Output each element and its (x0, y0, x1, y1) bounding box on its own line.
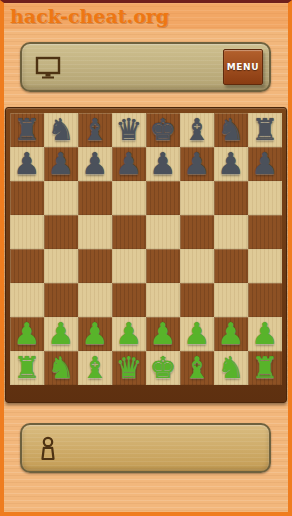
piece-black-king: ♚ (150, 113, 177, 147)
square-e3[interactable] (146, 283, 180, 317)
piece-black-pawn: ♟ (14, 147, 41, 181)
square-f1[interactable]: ♝ (180, 351, 214, 385)
player-bar[interactable] (20, 423, 271, 473)
square-b6[interactable] (44, 181, 78, 215)
square-f3[interactable] (180, 283, 214, 317)
piece-white-pawn: ♟ (116, 317, 143, 351)
piece-black-pawn: ♟ (184, 147, 211, 181)
square-b3[interactable] (44, 283, 78, 317)
piece-white-pawn: ♟ (218, 317, 245, 351)
square-h7[interactable]: ♟ (248, 147, 282, 181)
piece-white-knight: ♞ (218, 351, 245, 385)
square-c6[interactable] (78, 181, 112, 215)
square-a3[interactable] (10, 283, 44, 317)
piece-black-bishop: ♝ (184, 113, 211, 147)
piece-white-rook: ♜ (252, 351, 279, 385)
square-g6[interactable] (214, 181, 248, 215)
square-h2[interactable]: ♟ (248, 317, 282, 351)
piece-black-pawn: ♟ (116, 147, 143, 181)
monitor-icon[interactable] (35, 54, 61, 80)
square-a8[interactable]: ♜ (10, 113, 44, 147)
square-a5[interactable] (10, 215, 44, 249)
square-g7[interactable]: ♟ (214, 147, 248, 181)
square-c4[interactable] (78, 249, 112, 283)
square-g3[interactable] (214, 283, 248, 317)
piece-white-pawn: ♟ (184, 317, 211, 351)
piece-black-pawn: ♟ (82, 147, 109, 181)
piece-white-pawn: ♟ (150, 317, 177, 351)
square-g5[interactable] (214, 215, 248, 249)
piece-white-pawn: ♟ (14, 317, 41, 351)
square-g2[interactable]: ♟ (214, 317, 248, 351)
piece-black-pawn: ♟ (252, 147, 279, 181)
chess-board-grid: ♜♞♝♛♚♝♞♜♟♟♟♟♟♟♟♟♟♟♟♟♟♟♟♟♜♞♝♛♚♝♞♜ (10, 113, 282, 385)
piece-black-pawn: ♟ (218, 147, 245, 181)
piece-white-rook: ♜ (14, 351, 41, 385)
square-a7[interactable]: ♟ (10, 147, 44, 181)
square-d3[interactable] (112, 283, 146, 317)
chess-board: ♜♞♝♛♚♝♞♜♟♟♟♟♟♟♟♟♟♟♟♟♟♟♟♟♜♞♝♛♚♝♞♜ (5, 107, 287, 403)
piece-black-pawn: ♟ (150, 147, 177, 181)
square-b8[interactable]: ♞ (44, 113, 78, 147)
square-d8[interactable]: ♛ (112, 113, 146, 147)
square-h3[interactable] (248, 283, 282, 317)
square-b2[interactable]: ♟ (44, 317, 78, 351)
square-d1[interactable]: ♛ (112, 351, 146, 385)
app-screen: hack-cheat.org MENU ♜♞♝♛♚♝♞♜♟♟♟♟♟♟♟♟♟♟♟♟… (0, 0, 292, 516)
watermark-text: hack-cheat.org (10, 5, 169, 27)
square-e7[interactable]: ♟ (146, 147, 180, 181)
square-e6[interactable] (146, 181, 180, 215)
square-g1[interactable]: ♞ (214, 351, 248, 385)
piece-black-knight: ♞ (48, 113, 75, 147)
square-g4[interactable] (214, 249, 248, 283)
square-a6[interactable] (10, 181, 44, 215)
square-h4[interactable] (248, 249, 282, 283)
piece-white-pawn: ♟ (252, 317, 279, 351)
menu-button[interactable]: MENU (223, 49, 263, 85)
menu-button-label: MENU (227, 62, 259, 72)
square-d7[interactable]: ♟ (112, 147, 146, 181)
piece-white-bishop: ♝ (184, 351, 211, 385)
piece-white-bishop: ♝ (82, 351, 109, 385)
piece-black-bishop: ♝ (82, 113, 109, 147)
square-f6[interactable] (180, 181, 214, 215)
square-b5[interactable] (44, 215, 78, 249)
piece-white-king: ♚ (150, 351, 177, 385)
square-e4[interactable] (146, 249, 180, 283)
piece-black-queen: ♛ (116, 113, 143, 147)
square-c1[interactable]: ♝ (78, 351, 112, 385)
square-f7[interactable]: ♟ (180, 147, 214, 181)
piece-white-knight: ♞ (48, 351, 75, 385)
square-c3[interactable] (78, 283, 112, 317)
square-f5[interactable] (180, 215, 214, 249)
square-e2[interactable]: ♟ (146, 317, 180, 351)
piece-white-queen: ♛ (116, 351, 143, 385)
square-c2[interactable]: ♟ (78, 317, 112, 351)
square-d2[interactable]: ♟ (112, 317, 146, 351)
square-b1[interactable]: ♞ (44, 351, 78, 385)
piece-black-knight: ♞ (218, 113, 245, 147)
square-d4[interactable] (112, 249, 146, 283)
square-c5[interactable] (78, 215, 112, 249)
top-toolbar: MENU (20, 42, 271, 92)
square-a2[interactable]: ♟ (10, 317, 44, 351)
square-h5[interactable] (248, 215, 282, 249)
square-e1[interactable]: ♚ (146, 351, 180, 385)
square-a1[interactable]: ♜ (10, 351, 44, 385)
piece-black-pawn: ♟ (48, 147, 75, 181)
square-b4[interactable] (44, 249, 78, 283)
piece-white-pawn: ♟ (82, 317, 109, 351)
piece-black-rook: ♜ (14, 113, 41, 147)
square-d6[interactable] (112, 181, 146, 215)
square-f2[interactable]: ♟ (180, 317, 214, 351)
square-h1[interactable]: ♜ (248, 351, 282, 385)
square-f8[interactable]: ♝ (180, 113, 214, 147)
piece-black-rook: ♜ (252, 113, 279, 147)
square-g8[interactable]: ♞ (214, 113, 248, 147)
square-d5[interactable] (112, 215, 146, 249)
square-f4[interactable] (180, 249, 214, 283)
piece-white-pawn: ♟ (48, 317, 75, 351)
square-a4[interactable] (10, 249, 44, 283)
person-icon (35, 435, 61, 461)
square-b7[interactable]: ♟ (44, 147, 78, 181)
square-c7[interactable]: ♟ (78, 147, 112, 181)
square-h6[interactable] (248, 181, 282, 215)
square-e8[interactable]: ♚ (146, 113, 180, 147)
square-c8[interactable]: ♝ (78, 113, 112, 147)
square-e5[interactable] (146, 215, 180, 249)
square-h8[interactable]: ♜ (248, 113, 282, 147)
